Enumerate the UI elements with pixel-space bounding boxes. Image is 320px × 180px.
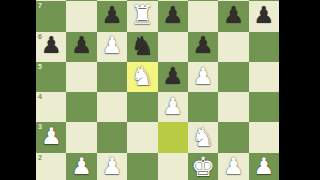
white-pawn-b2[interactable]: ♟ [71,155,92,178]
white-king-f2[interactable]: ♚ [191,153,215,180]
square-f4[interactable] [188,92,218,122]
white-pawn-c6[interactable]: ♟ [102,34,123,57]
square-c6[interactable]: ♟ [97,32,127,62]
square-e2[interactable] [158,153,188,180]
square-e4[interactable]: ♟ [158,92,188,122]
square-b7[interactable] [66,1,96,31]
square-c7[interactable]: ♟ [97,1,127,31]
black-pawn-c7[interactable]: ♟ [102,4,123,27]
square-d6[interactable]: ♞ [127,32,157,62]
rank-label-4: 4 [38,93,42,100]
square-b6[interactable]: ♟ [66,32,96,62]
square-c5[interactable] [97,62,127,92]
square-h6[interactable] [249,32,279,62]
square-f7[interactable] [188,1,218,31]
white-pawn-e4[interactable]: ♟ [162,95,183,118]
white-pawn-h2[interactable]: ♟ [254,155,275,178]
square-g6[interactable] [218,32,248,62]
white-rook-d7[interactable]: ♜ [131,2,154,28]
square-g2[interactable]: ♟ [218,153,248,180]
white-pawn-c2[interactable]: ♟ [102,155,123,178]
white-knight-d5[interactable]: ♞ [131,63,154,89]
square-e6[interactable] [158,32,188,62]
square-d3[interactable] [127,122,157,152]
rank-label-5: 5 [38,63,42,70]
square-f2[interactable]: ♚ [188,153,218,180]
square-f3[interactable]: ♞ [188,122,218,152]
white-knight-f3[interactable]: ♞ [191,124,214,150]
white-pawn-a3[interactable]: ♟ [41,125,62,148]
square-g7[interactable]: ♟ [218,1,248,31]
white-pawn-f5[interactable]: ♟ [193,65,214,88]
square-a2[interactable]: 2 [36,153,66,180]
square-f6[interactable]: ♟ [188,32,218,62]
square-b2[interactable]: ♟ [66,153,96,180]
square-g4[interactable] [218,92,248,122]
square-d4[interactable] [127,92,157,122]
square-b3[interactable] [66,122,96,152]
rank-label-2: 2 [38,154,42,161]
black-pawn-e7[interactable]: ♟ [162,4,183,27]
black-pawn-a6[interactable]: ♟ [41,34,62,57]
black-pawn-f6[interactable]: ♟ [193,34,214,57]
square-e5[interactable]: ♟ [158,62,188,92]
square-g3[interactable] [218,122,248,152]
square-a7[interactable]: 7 [36,1,66,31]
square-c3[interactable] [97,122,127,152]
square-a6[interactable]: 6♟ [36,32,66,62]
square-h5[interactable] [249,62,279,92]
black-knight-d6[interactable]: ♞ [131,33,154,59]
square-b5[interactable] [66,62,96,92]
square-d2[interactable] [127,153,157,180]
square-e7[interactable]: ♟ [158,1,188,31]
square-b4[interactable] [66,92,96,122]
square-a4[interactable]: 4 [36,92,66,122]
rank-label-7: 7 [38,2,42,9]
black-pawn-h7[interactable]: ♟ [254,4,275,27]
square-a5[interactable]: 5 [36,62,66,92]
square-d5[interactable]: ♞ [127,62,157,92]
black-pawn-g7[interactable]: ♟ [223,4,244,27]
square-h7[interactable]: ♟ [249,1,279,31]
square-h4[interactable] [249,92,279,122]
chess-board: 7♟♜♟♟♟6♟♟♟♞♟5♞♟♟4♟3♟♞2♟♟♚♟♟ [36,0,279,180]
white-pawn-g2[interactable]: ♟ [223,155,244,178]
letterboxed-stage: 7♟♜♟♟♟6♟♟♟♞♟5♞♟♟4♟3♟♞2♟♟♚♟♟ [0,0,320,180]
square-c2[interactable]: ♟ [97,153,127,180]
square-d7[interactable]: ♜ [127,1,157,31]
square-g5[interactable] [218,62,248,92]
square-c4[interactable] [97,92,127,122]
black-pawn-b6[interactable]: ♟ [71,34,92,57]
square-e3[interactable] [158,122,188,152]
square-f5[interactable]: ♟ [188,62,218,92]
black-pawn-e5[interactable]: ♟ [162,65,183,88]
square-h2[interactable]: ♟ [249,153,279,180]
square-h3[interactable] [249,122,279,152]
square-a3[interactable]: 3♟ [36,122,66,152]
